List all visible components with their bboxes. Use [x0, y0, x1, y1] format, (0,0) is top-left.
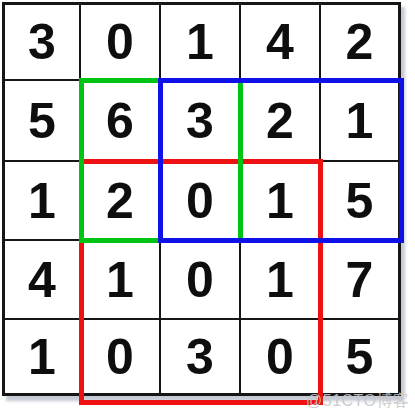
grid-cell-r4c3: 0 [160, 240, 240, 319]
grid-cell-r1c5: 2 [320, 4, 399, 80]
grid-cell-r2c1: 5 [4, 80, 80, 161]
grid-cell-r3c3: 0 [160, 161, 240, 240]
grid-cell-r2c2: 6 [80, 80, 160, 161]
grid-cell-r5c1: 1 [4, 319, 80, 394]
grid-cell-r5c3: 3 [160, 319, 240, 394]
watermark: @51CTO博客 [306, 391, 410, 412]
grid-cell-r4c4: 1 [240, 240, 320, 319]
grid-cell-r1c2: 0 [80, 4, 160, 80]
grid-cell-r2c5: 1 [320, 80, 399, 161]
grid-cell-r1c4: 4 [240, 4, 320, 80]
grid-cell-r3c2: 2 [80, 161, 160, 240]
grid-cell-r3c1: 1 [4, 161, 80, 240]
grid-cell-r5c5: 5 [320, 319, 399, 394]
grid-cell-r4c1: 4 [4, 240, 80, 319]
grid-cell-r1c3: 1 [160, 4, 240, 80]
grid-cell-r3c4: 1 [240, 161, 320, 240]
grid-cell-r5c4: 0 [240, 319, 320, 394]
board-canvas: 3 0 1 4 2 5 6 3 2 1 1 2 0 1 5 4 1 0 1 7 … [0, 0, 415, 415]
grid-cell-r2c3: 3 [160, 80, 240, 161]
grid-cell-r1c1: 3 [4, 4, 80, 80]
grid-cell-r4c5: 7 [320, 240, 399, 319]
grid-cell-r3c5: 5 [320, 161, 399, 240]
grid-cell-r4c2: 1 [80, 240, 160, 319]
number-grid: 3 0 1 4 2 5 6 3 2 1 1 2 0 1 5 4 1 0 1 7 … [2, 2, 401, 396]
grid-cell-r5c2: 0 [80, 319, 160, 394]
grid-cell-r2c4: 2 [240, 80, 320, 161]
